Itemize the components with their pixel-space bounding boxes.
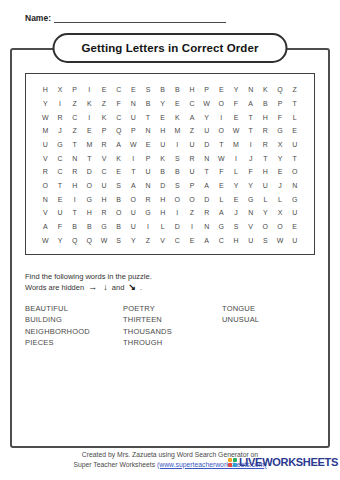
grid-cell[interactable]: Q xyxy=(111,124,126,138)
grid-cell[interactable]: I xyxy=(67,192,82,206)
grid-cell[interactable]: I xyxy=(229,151,244,165)
grid-cell[interactable]: S xyxy=(141,83,156,97)
grid-cell[interactable]: N xyxy=(243,206,258,220)
grid-cell[interactable]: W xyxy=(199,97,214,111)
grid-cell[interactable]: A xyxy=(126,179,141,193)
grid-cell[interactable]: U xyxy=(199,124,214,138)
grid-cell[interactable]: U xyxy=(287,206,302,220)
word-search-board: HXPIECESBBHPEYNKQZYIZKZFNBYECWOFABPTWRCI… xyxy=(25,73,315,255)
grid-cell[interactable]: P xyxy=(185,179,200,193)
grid-cell[interactable]: W xyxy=(229,124,244,138)
grid-cell[interactable]: N xyxy=(287,179,302,193)
grid-cell[interactable]: X xyxy=(53,83,68,97)
grid-cell[interactable]: A xyxy=(214,206,229,220)
grid-cell[interactable]: S xyxy=(229,220,244,234)
grid-cell[interactable]: C xyxy=(214,233,229,247)
grid-cell[interactable]: H xyxy=(155,192,170,206)
grid-cell[interactable]: R xyxy=(67,165,82,179)
grid-cell[interactable]: I xyxy=(243,138,258,152)
grid-cell[interactable]: W xyxy=(126,138,141,152)
grid-cell[interactable]: E xyxy=(170,97,185,111)
grid-cell[interactable]: B xyxy=(141,97,156,111)
grid-cell[interactable]: Y xyxy=(273,151,288,165)
word-list-item: UNUSUAL xyxy=(222,314,259,325)
grid-cell[interactable]: G xyxy=(82,192,97,206)
grid-cell[interactable]: T xyxy=(82,151,97,165)
grid-cell[interactable]: G xyxy=(141,206,156,220)
grid-cell[interactable]: T xyxy=(126,165,141,179)
grid-cell[interactable]: W xyxy=(214,151,229,165)
grid-cell[interactable]: C xyxy=(111,110,126,124)
grid-cell[interactable]: F xyxy=(111,97,126,111)
grid-cell[interactable]: L xyxy=(155,220,170,234)
grid-cell[interactable]: O xyxy=(258,220,273,234)
grid-cell[interactable]: N xyxy=(243,83,258,97)
grid-cell[interactable]: D xyxy=(170,220,185,234)
grid-cell[interactable]: U xyxy=(185,138,200,152)
grid-cell[interactable]: Y xyxy=(53,233,68,247)
grid-cell[interactable]: B xyxy=(67,220,82,234)
grid-cell[interactable]: U xyxy=(126,206,141,220)
word-list-item: TONGUE xyxy=(222,303,259,314)
grid-cell[interactable]: J xyxy=(229,206,244,220)
grid-cell[interactable]: V xyxy=(243,220,258,234)
instructions-line2-text: Words are hidden xyxy=(25,283,84,292)
grid-cell[interactable]: I xyxy=(214,110,229,124)
grid-cell[interactable]: W xyxy=(97,233,112,247)
grid-cell[interactable]: Y xyxy=(243,179,258,193)
grid-cell[interactable]: G xyxy=(53,138,68,152)
grid-cell[interactable]: S xyxy=(111,179,126,193)
grid-cell[interactable]: O xyxy=(126,192,141,206)
grid-cell[interactable]: Y xyxy=(229,83,244,97)
liveworksheets-logo-icon xyxy=(228,458,237,467)
name-label: Name: xyxy=(25,13,51,23)
instructions-and-text: and xyxy=(112,283,125,292)
grid-cell[interactable]: E xyxy=(287,124,302,138)
grid-cell[interactable]: Q xyxy=(82,233,97,247)
grid-cell[interactable]: T xyxy=(287,97,302,111)
grid-cell[interactable]: D xyxy=(199,138,214,152)
grid-cell[interactable]: Y xyxy=(258,206,273,220)
grid-cell[interactable]: Y xyxy=(38,97,53,111)
grid-cell[interactable]: H xyxy=(185,83,200,97)
grid-cell[interactable]: O xyxy=(185,192,200,206)
grid-cell[interactable]: R xyxy=(97,206,112,220)
grid-cell[interactable]: N xyxy=(67,151,82,165)
grid-cell[interactable]: V xyxy=(38,151,53,165)
word-list-item: THIRTEEN xyxy=(123,314,172,325)
grid-cell[interactable]: J xyxy=(53,124,68,138)
grid-cell[interactable]: R xyxy=(38,165,53,179)
grid-cell[interactable]: G xyxy=(243,192,258,206)
grid-cell[interactable]: I xyxy=(82,83,97,97)
arrow-right-icon: → xyxy=(86,282,99,292)
grid-cell[interactable]: Y xyxy=(126,233,141,247)
grid-cell[interactable]: R xyxy=(199,206,214,220)
grid-cell[interactable]: L xyxy=(287,110,302,124)
grid-cell[interactable]: R xyxy=(258,138,273,152)
grid-cell[interactable]: Y xyxy=(199,110,214,124)
grid-cell[interactable]: H xyxy=(38,83,53,97)
word-list-item: THOUSANDS xyxy=(123,326,172,337)
grid-cell[interactable]: O xyxy=(38,179,53,193)
grid-cell[interactable]: U xyxy=(287,233,302,247)
grid-cell[interactable]: M xyxy=(82,138,97,152)
grid-cell[interactable]: Z xyxy=(141,233,156,247)
grid-cell[interactable]: Z xyxy=(185,206,200,220)
grid-cell[interactable]: N xyxy=(126,97,141,111)
grid-cell[interactable]: C xyxy=(170,233,185,247)
arrow-diagonal-icon: ↘ xyxy=(126,282,138,292)
grid-cell[interactable]: H xyxy=(258,165,273,179)
grid-cell[interactable]: F xyxy=(214,165,229,179)
grid-cell[interactable]: V xyxy=(97,151,112,165)
grid-cell[interactable]: U xyxy=(258,179,273,193)
grid-cell[interactable]: R xyxy=(185,151,200,165)
grid-cell[interactable]: C xyxy=(53,165,68,179)
grid-cell[interactable]: G xyxy=(287,192,302,206)
grid-cell[interactable]: C xyxy=(111,83,126,97)
grid-cell[interactable]: O xyxy=(82,179,97,193)
word-list-item: PIECES xyxy=(25,337,90,348)
word-list-column: POETRYTHIRTEENTHOUSANDSTHROUGH xyxy=(123,303,172,348)
grid-cell[interactable]: B xyxy=(111,192,126,206)
grid-cell[interactable]: H xyxy=(155,206,170,220)
grid-cell[interactable]: L xyxy=(273,192,288,206)
grid-cell[interactable]: M xyxy=(38,124,53,138)
grid-cell[interactable]: P xyxy=(97,124,112,138)
grid-cell[interactable]: Y xyxy=(229,179,244,193)
footer-line2-text: Super Teacher Worksheets xyxy=(73,461,157,468)
grid-cell[interactable]: B xyxy=(111,220,126,234)
grid-cell[interactable]: S xyxy=(258,233,273,247)
grid-cell[interactable]: F xyxy=(229,97,244,111)
grid-cell[interactable]: F xyxy=(243,165,258,179)
grid-cell[interactable]: Z xyxy=(67,124,82,138)
grid-cell[interactable]: D xyxy=(155,179,170,193)
worksheet-title-capsule: Getting Letters in Correct Order xyxy=(53,33,288,63)
grid-cell[interactable]: H xyxy=(82,206,97,220)
grid-cell[interactable]: B xyxy=(155,165,170,179)
grid-cell[interactable]: Z xyxy=(185,124,200,138)
grid-cell[interactable]: I xyxy=(170,138,185,152)
grid-cell[interactable]: E xyxy=(126,83,141,97)
grid-cell[interactable]: I xyxy=(53,97,68,111)
liveworksheets-logo[interactable]: LIVEWORKSHEETS xyxy=(228,456,338,468)
grid-cell[interactable]: D xyxy=(199,192,214,206)
grid-cell[interactable]: R xyxy=(258,124,273,138)
grid-cell[interactable]: F xyxy=(53,220,68,234)
grid-cell[interactable]: A xyxy=(111,138,126,152)
grid-cell[interactable]: A xyxy=(199,179,214,193)
grid-cell[interactable]: A xyxy=(199,233,214,247)
grid-cell[interactable]: U xyxy=(243,233,258,247)
word-grid: HXPIECESBBHPEYNKQZYIZKZFNBYECWOFABPTWRCI… xyxy=(38,83,302,247)
grid-cell[interactable]: H xyxy=(229,233,244,247)
grid-cell[interactable]: L xyxy=(214,192,229,206)
grid-cell[interactable]: C xyxy=(97,165,112,179)
word-list-column: TONGUEUNUSUAL xyxy=(222,303,259,326)
grid-cell[interactable]: N xyxy=(199,151,214,165)
grid-cell[interactable]: Z xyxy=(67,97,82,111)
grid-cell[interactable]: C xyxy=(67,110,82,124)
grid-cell[interactable]: N xyxy=(141,124,156,138)
grid-cell[interactable]: U xyxy=(287,138,302,152)
grid-cell[interactable]: E xyxy=(97,83,112,97)
word-list-column: BEAUTIFULBUILDINGNEIGHBORHOODPIECES xyxy=(25,303,90,348)
grid-cell[interactable]: R xyxy=(53,110,68,124)
grid-cell[interactable]: S xyxy=(170,179,185,193)
grid-cell[interactable]: P xyxy=(199,83,214,97)
grid-cell[interactable]: W xyxy=(273,233,288,247)
grid-cell[interactable]: S xyxy=(111,233,126,247)
grid-cell[interactable]: T xyxy=(243,124,258,138)
grid-cell[interactable]: P xyxy=(273,97,288,111)
grid-cell[interactable]: U xyxy=(126,220,141,234)
grid-cell[interactable]: T xyxy=(67,206,82,220)
grid-cell[interactable]: O xyxy=(214,97,229,111)
grid-cell[interactable]: X xyxy=(273,206,288,220)
grid-cell[interactable]: Q xyxy=(273,83,288,97)
grid-cell[interactable]: K xyxy=(111,151,126,165)
grid-cell[interactable]: B xyxy=(170,165,185,179)
grid-cell[interactable]: T xyxy=(287,151,302,165)
grid-cell[interactable]: S xyxy=(170,151,185,165)
grid-cell[interactable]: X xyxy=(273,138,288,152)
grid-cell[interactable]: P xyxy=(141,151,156,165)
liveworksheets-logo-text: LIVEWORKSHEETS xyxy=(239,456,338,468)
grid-cell[interactable]: U xyxy=(141,165,156,179)
grid-cell[interactable]: K xyxy=(170,110,185,124)
grid-cell[interactable]: E xyxy=(82,124,97,138)
grid-cell[interactable]: D xyxy=(82,165,97,179)
grid-cell[interactable]: T xyxy=(199,165,214,179)
page-title: Getting Letters in Correct Order xyxy=(81,42,258,54)
grid-cell[interactable]: N xyxy=(199,220,214,234)
grid-cell[interactable]: E xyxy=(185,233,200,247)
name-fill-line[interactable] xyxy=(54,13,226,23)
grid-cell[interactable]: N xyxy=(38,192,53,206)
grid-cell[interactable]: T xyxy=(258,151,273,165)
grid-cell[interactable]: Z xyxy=(287,83,302,97)
grid-cell[interactable]: V xyxy=(155,233,170,247)
grid-cell[interactable]: U xyxy=(185,165,200,179)
worksheet-page: Name: Getting Letters in Correct Order H… xyxy=(0,0,340,480)
grid-cell[interactable]: O xyxy=(214,124,229,138)
grid-cell[interactable]: C xyxy=(53,151,68,165)
grid-cell[interactable]: Z xyxy=(97,97,112,111)
grid-cell[interactable]: P xyxy=(67,83,82,97)
grid-cell[interactable]: L xyxy=(258,192,273,206)
grid-cell[interactable]: O xyxy=(111,206,126,220)
grid-cell[interactable]: R xyxy=(141,192,156,206)
word-list-item: POETRY xyxy=(123,303,172,314)
grid-cell[interactable]: E xyxy=(229,192,244,206)
grid-cell[interactable]: A xyxy=(243,97,258,111)
grid-cell[interactable]: H xyxy=(258,110,273,124)
grid-cell[interactable]: T xyxy=(53,179,68,193)
grid-cell[interactable]: K xyxy=(97,110,112,124)
grid-cell[interactable]: U xyxy=(38,138,53,152)
word-list-item: BEAUTIFUL xyxy=(25,303,90,314)
grid-cell[interactable]: L xyxy=(229,165,244,179)
grid-cell[interactable]: E xyxy=(287,220,302,234)
grid-cell[interactable]: Q xyxy=(67,233,82,247)
grid-cell[interactable]: C xyxy=(185,97,200,111)
word-list-item: NEIGHBORHOOD xyxy=(25,326,90,337)
grid-cell[interactable]: R xyxy=(97,138,112,152)
grid-cell[interactable]: G xyxy=(214,220,229,234)
grid-cell[interactable]: E xyxy=(111,165,126,179)
instructions: Find the following words in the puzzle. … xyxy=(25,271,152,293)
instructions-line1: Find the following words in the puzzle. xyxy=(25,271,152,282)
grid-cell[interactable]: E xyxy=(214,83,229,97)
grid-cell[interactable]: J xyxy=(243,151,258,165)
grid-cell[interactable]: M xyxy=(170,124,185,138)
grid-cell[interactable]: W xyxy=(38,110,53,124)
grid-cell[interactable]: F xyxy=(273,110,288,124)
grid-cell[interactable]: K xyxy=(82,97,97,111)
grid-cell[interactable]: O xyxy=(273,220,288,234)
grid-cell[interactable]: T xyxy=(214,138,229,152)
grid-cell[interactable]: I xyxy=(141,220,156,234)
grid-cell[interactable]: O xyxy=(170,192,185,206)
grid-cell[interactable]: G xyxy=(273,124,288,138)
grid-cell[interactable]: M xyxy=(229,138,244,152)
grid-cell[interactable]: B xyxy=(170,83,185,97)
grid-cell[interactable]: I xyxy=(170,206,185,220)
grid-cell[interactable]: E xyxy=(214,179,229,193)
grid-cell[interactable]: H xyxy=(97,192,112,206)
arrow-down-icon: ↓ xyxy=(101,282,110,292)
grid-cell[interactable]: B xyxy=(82,220,97,234)
grid-cell[interactable]: B xyxy=(155,83,170,97)
grid-cell[interactable]: V xyxy=(38,206,53,220)
grid-cell[interactable]: G xyxy=(97,220,112,234)
grid-cell[interactable]: J xyxy=(273,179,288,193)
grid-cell[interactable]: T xyxy=(67,138,82,152)
grid-cell[interactable]: O xyxy=(287,165,302,179)
grid-cell[interactable]: E xyxy=(53,192,68,206)
grid-cell[interactable]: E xyxy=(141,138,156,152)
grid-cell[interactable]: N xyxy=(141,179,156,193)
instructions-line2: Words are hidden → ↓ and ↘ . xyxy=(25,282,152,293)
grid-cell[interactable]: E xyxy=(155,110,170,124)
grid-cell[interactable]: I xyxy=(185,220,200,234)
instructions-period: . xyxy=(140,283,142,292)
grid-cell[interactable]: E xyxy=(229,110,244,124)
grid-cell[interactable]: E xyxy=(273,165,288,179)
name-row: Name: xyxy=(25,13,226,23)
grid-cell[interactable]: U xyxy=(97,179,112,193)
grid-cell[interactable]: H xyxy=(67,179,82,193)
grid-cell[interactable]: K xyxy=(155,151,170,165)
grid-cell[interactable]: U xyxy=(155,138,170,152)
grid-cell[interactable]: H xyxy=(155,124,170,138)
grid-cell[interactable]: I xyxy=(126,151,141,165)
grid-cell[interactable]: B xyxy=(258,97,273,111)
grid-cell[interactable]: I xyxy=(82,110,97,124)
grid-cell[interactable]: Y xyxy=(155,97,170,111)
word-list-item: BUILDING xyxy=(25,314,90,325)
grid-cell[interactable]: A xyxy=(185,110,200,124)
grid-cell[interactable]: U xyxy=(126,110,141,124)
grid-cell[interactable]: T xyxy=(243,110,258,124)
grid-cell[interactable]: P xyxy=(126,124,141,138)
grid-cell[interactable]: W xyxy=(38,233,53,247)
word-list-item: THROUGH xyxy=(123,337,172,348)
grid-cell[interactable]: U xyxy=(53,206,68,220)
grid-cell[interactable]: A xyxy=(38,220,53,234)
grid-cell[interactable]: K xyxy=(258,83,273,97)
grid-cell[interactable]: T xyxy=(141,110,156,124)
